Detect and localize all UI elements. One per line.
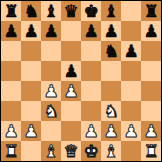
square-c6[interactable] (41, 41, 61, 61)
square-g3[interactable] (121, 101, 141, 121)
square-d4[interactable]: ♟ (61, 81, 81, 101)
square-c1[interactable]: ♝ (41, 141, 61, 161)
square-e5[interactable] (81, 61, 101, 81)
square-b2[interactable]: ♟ (21, 121, 41, 141)
square-b3[interactable] (21, 101, 41, 121)
square-a1[interactable]: ♜ (1, 141, 21, 161)
square-f8[interactable]: ♝ (101, 1, 121, 21)
white-rook-piece[interactable]: ♜ (143, 141, 158, 161)
square-c8[interactable]: ♝ (41, 1, 61, 21)
square-c2[interactable] (41, 121, 61, 141)
square-c4[interactable]: ♟ (41, 81, 61, 101)
square-e3[interactable] (81, 101, 101, 121)
square-h8[interactable]: ♜ (141, 1, 161, 21)
square-b5[interactable] (21, 61, 41, 81)
chess-board: ♜♞♝♛♚♝♜♟♟♟♟♟♟♞♟♟♟♟♞♞♟♟♟♟♟♟♜♝♛♚♝♜ (0, 0, 162, 162)
square-h5[interactable] (141, 61, 161, 81)
black-pawn-piece[interactable]: ♟ (23, 21, 38, 41)
black-knight-piece[interactable]: ♞ (103, 41, 118, 61)
black-pawn-piece[interactable]: ♟ (3, 21, 18, 41)
square-f6[interactable]: ♞ (101, 41, 121, 61)
black-knight-piece[interactable]: ♞ (23, 1, 38, 21)
black-rook-piece[interactable]: ♜ (3, 1, 18, 21)
square-c5[interactable] (41, 61, 61, 81)
square-c3[interactable]: ♞ (41, 101, 61, 121)
square-f1[interactable]: ♝ (101, 141, 121, 161)
square-e7[interactable]: ♟ (81, 21, 101, 41)
black-pawn-piece[interactable]: ♟ (123, 41, 138, 61)
square-a6[interactable] (1, 41, 21, 61)
square-a7[interactable]: ♟ (1, 21, 21, 41)
white-pawn-piece[interactable]: ♟ (43, 81, 58, 101)
square-g1[interactable] (121, 141, 141, 161)
white-knight-piece[interactable]: ♞ (43, 101, 58, 121)
square-g2[interactable]: ♟ (121, 121, 141, 141)
square-b7[interactable]: ♟ (21, 21, 41, 41)
square-f3[interactable]: ♞ (101, 101, 121, 121)
white-pawn-piece[interactable]: ♟ (23, 121, 38, 141)
square-d7[interactable] (61, 21, 81, 41)
black-pawn-piece[interactable]: ♟ (143, 21, 158, 41)
square-g6[interactable]: ♟ (121, 41, 141, 61)
square-f2[interactable]: ♟ (101, 121, 121, 141)
square-f5[interactable] (101, 61, 121, 81)
white-pawn-piece[interactable]: ♟ (123, 121, 138, 141)
square-h3[interactable] (141, 101, 161, 121)
black-pawn-piece[interactable]: ♟ (63, 61, 78, 81)
square-d3[interactable] (61, 101, 81, 121)
square-h7[interactable]: ♟ (141, 21, 161, 41)
square-h2[interactable]: ♟ (141, 121, 161, 141)
black-rook-piece[interactable]: ♜ (143, 1, 158, 21)
square-a8[interactable]: ♜ (1, 1, 21, 21)
square-e2[interactable]: ♟ (81, 121, 101, 141)
square-e1[interactable]: ♚ (81, 141, 101, 161)
square-d6[interactable] (61, 41, 81, 61)
black-pawn-piece[interactable]: ♟ (43, 21, 58, 41)
white-rook-piece[interactable]: ♜ (3, 141, 18, 161)
white-pawn-piece[interactable]: ♟ (3, 121, 18, 141)
square-g8[interactable] (121, 1, 141, 21)
square-a4[interactable] (1, 81, 21, 101)
square-b8[interactable]: ♞ (21, 1, 41, 21)
square-h6[interactable] (141, 41, 161, 61)
square-a2[interactable]: ♟ (1, 121, 21, 141)
white-pawn-piece[interactable]: ♟ (103, 121, 118, 141)
square-h4[interactable] (141, 81, 161, 101)
square-e8[interactable]: ♚ (81, 1, 101, 21)
black-bishop-piece[interactable]: ♝ (103, 1, 118, 21)
square-d8[interactable]: ♛ (61, 1, 81, 21)
square-d2[interactable] (61, 121, 81, 141)
square-a5[interactable] (1, 61, 21, 81)
black-pawn-piece[interactable]: ♟ (83, 21, 98, 41)
square-f4[interactable] (101, 81, 121, 101)
white-knight-piece[interactable]: ♞ (103, 101, 118, 121)
square-g5[interactable] (121, 61, 141, 81)
square-g4[interactable] (121, 81, 141, 101)
white-king-piece[interactable]: ♚ (83, 141, 98, 161)
square-e4[interactable] (81, 81, 101, 101)
white-bishop-piece[interactable]: ♝ (43, 141, 58, 161)
white-pawn-piece[interactable]: ♟ (143, 121, 158, 141)
white-bishop-piece[interactable]: ♝ (103, 141, 118, 161)
square-d1[interactable]: ♛ (61, 141, 81, 161)
black-pawn-piece[interactable]: ♟ (103, 21, 118, 41)
black-king-piece[interactable]: ♚ (83, 1, 98, 21)
white-pawn-piece[interactable]: ♟ (63, 81, 78, 101)
square-b6[interactable] (21, 41, 41, 61)
square-a3[interactable] (1, 101, 21, 121)
square-b4[interactable] (21, 81, 41, 101)
white-queen-piece[interactable]: ♛ (63, 141, 78, 161)
square-f7[interactable]: ♟ (101, 21, 121, 41)
square-b1[interactable] (21, 141, 41, 161)
square-h1[interactable]: ♜ (141, 141, 161, 161)
black-bishop-piece[interactable]: ♝ (43, 1, 58, 21)
square-c7[interactable]: ♟ (41, 21, 61, 41)
white-pawn-piece[interactable]: ♟ (83, 121, 98, 141)
square-d5[interactable]: ♟ (61, 61, 81, 81)
square-g7[interactable] (121, 21, 141, 41)
square-e6[interactable] (81, 41, 101, 61)
black-queen-piece[interactable]: ♛ (63, 1, 78, 21)
